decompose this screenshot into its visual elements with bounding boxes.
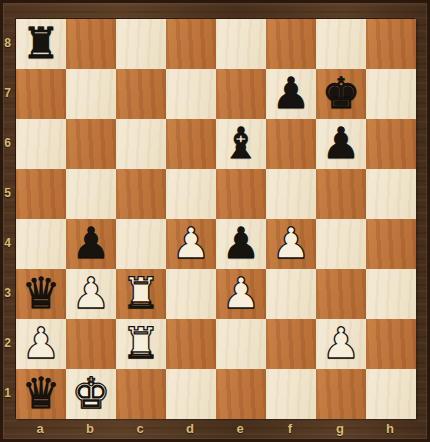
square-c5[interactable]	[116, 169, 166, 219]
square-d2[interactable]	[166, 319, 216, 369]
rank-label-6: 6	[0, 118, 15, 168]
square-b4[interactable]: ♟	[66, 219, 116, 269]
piece-white-pawn[interactable]: ♟	[172, 222, 211, 265]
piece-black-pawn[interactable]: ♟	[322, 122, 361, 165]
square-b1[interactable]: ♚	[66, 369, 116, 419]
piece-black-pawn[interactable]: ♟	[272, 72, 311, 115]
square-c7[interactable]	[116, 69, 166, 119]
file-label-h: h	[365, 418, 415, 438]
piece-white-rook[interactable]: ♜	[122, 272, 161, 315]
square-f8[interactable]	[266, 19, 316, 69]
square-d6[interactable]	[166, 119, 216, 169]
chess-board-window: 87654321 ♜♟♚♝♟♟♟♟♟♛♟♜♟♟♜♟♛♚ abcdefgh	[0, 0, 430, 442]
square-e6[interactable]: ♝	[216, 119, 266, 169]
file-label-c: c	[115, 418, 165, 438]
square-b8[interactable]	[66, 19, 116, 69]
file-label-b: b	[65, 418, 115, 438]
square-e3[interactable]: ♟	[216, 269, 266, 319]
rank-labels: 87654321	[0, 18, 15, 418]
square-e4[interactable]: ♟	[216, 219, 266, 269]
square-a8[interactable]: ♜	[16, 19, 66, 69]
piece-black-queen[interactable]: ♛	[22, 372, 61, 415]
rank-label-3: 3	[0, 268, 15, 318]
rank-label-2: 2	[0, 318, 15, 368]
file-label-a: a	[15, 418, 65, 438]
square-d8[interactable]	[166, 19, 216, 69]
square-f7[interactable]: ♟	[266, 69, 316, 119]
square-b6[interactable]	[66, 119, 116, 169]
piece-black-rook[interactable]: ♜	[22, 22, 61, 65]
piece-white-pawn[interactable]: ♟	[222, 272, 261, 315]
piece-black-pawn[interactable]: ♟	[222, 222, 261, 265]
chess-board: ♜♟♚♝♟♟♟♟♟♛♟♜♟♟♜♟♛♚	[15, 18, 415, 418]
square-f3[interactable]	[266, 269, 316, 319]
square-e2[interactable]	[216, 319, 266, 369]
square-e7[interactable]	[216, 69, 266, 119]
square-h6[interactable]	[366, 119, 416, 169]
piece-white-pawn[interactable]: ♟	[22, 322, 61, 365]
square-d4[interactable]: ♟	[166, 219, 216, 269]
square-a7[interactable]	[16, 69, 66, 119]
square-f4[interactable]: ♟	[266, 219, 316, 269]
square-c3[interactable]: ♜	[116, 269, 166, 319]
square-d7[interactable]	[166, 69, 216, 119]
square-d3[interactable]	[166, 269, 216, 319]
square-b7[interactable]	[66, 69, 116, 119]
rank-label-8: 8	[0, 18, 15, 68]
square-b2[interactable]	[66, 319, 116, 369]
square-g6[interactable]: ♟	[316, 119, 366, 169]
piece-white-pawn[interactable]: ♟	[322, 322, 361, 365]
square-h4[interactable]	[366, 219, 416, 269]
piece-white-rook[interactable]: ♜	[122, 322, 161, 365]
file-labels: abcdefgh	[15, 418, 415, 442]
square-h7[interactable]	[366, 69, 416, 119]
square-g8[interactable]	[316, 19, 366, 69]
square-f1[interactable]	[266, 369, 316, 419]
square-h8[interactable]	[366, 19, 416, 69]
square-e8[interactable]	[216, 19, 266, 69]
file-label-f: f	[265, 418, 315, 438]
square-b5[interactable]	[66, 169, 116, 219]
square-g1[interactable]	[316, 369, 366, 419]
square-e1[interactable]	[216, 369, 266, 419]
rank-label-7: 7	[0, 68, 15, 118]
piece-black-king[interactable]: ♚	[322, 72, 361, 115]
rank-label-4: 4	[0, 218, 15, 268]
square-h2[interactable]	[366, 319, 416, 369]
square-b3[interactable]: ♟	[66, 269, 116, 319]
file-label-d: d	[165, 418, 215, 438]
square-a2[interactable]: ♟	[16, 319, 66, 369]
square-a5[interactable]	[16, 169, 66, 219]
square-g3[interactable]	[316, 269, 366, 319]
square-f5[interactable]	[266, 169, 316, 219]
square-g5[interactable]	[316, 169, 366, 219]
square-h3[interactable]	[366, 269, 416, 319]
piece-white-pawn[interactable]: ♟	[272, 222, 311, 265]
square-c6[interactable]	[116, 119, 166, 169]
square-h5[interactable]	[366, 169, 416, 219]
piece-black-bishop[interactable]: ♝	[222, 122, 261, 165]
square-d5[interactable]	[166, 169, 216, 219]
rank-label-1: 1	[0, 368, 15, 418]
square-d1[interactable]	[166, 369, 216, 419]
piece-white-pawn[interactable]: ♟	[72, 272, 111, 315]
square-g4[interactable]	[316, 219, 366, 269]
piece-black-pawn[interactable]: ♟	[72, 222, 111, 265]
square-c2[interactable]: ♜	[116, 319, 166, 369]
square-e5[interactable]	[216, 169, 266, 219]
square-a4[interactable]	[16, 219, 66, 269]
square-c4[interactable]	[116, 219, 166, 269]
file-label-g: g	[315, 418, 365, 438]
square-f6[interactable]	[266, 119, 316, 169]
square-c8[interactable]	[116, 19, 166, 69]
square-a3[interactable]: ♛	[16, 269, 66, 319]
square-f2[interactable]	[266, 319, 316, 369]
piece-white-king[interactable]: ♚	[72, 372, 111, 415]
piece-black-queen[interactable]: ♛	[22, 272, 61, 315]
square-g7[interactable]: ♚	[316, 69, 366, 119]
square-c1[interactable]	[116, 369, 166, 419]
rank-label-5: 5	[0, 168, 15, 218]
square-g2[interactable]: ♟	[316, 319, 366, 369]
square-a6[interactable]	[16, 119, 66, 169]
file-label-e: e	[215, 418, 265, 438]
square-h1[interactable]	[366, 369, 416, 419]
square-a1[interactable]: ♛	[16, 369, 66, 419]
